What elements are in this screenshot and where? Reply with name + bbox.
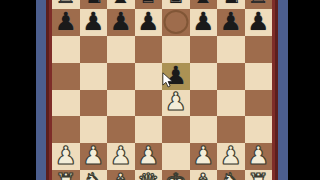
square-d5[interactable] [135, 63, 163, 90]
square-a4[interactable] [52, 90, 80, 117]
square-e4[interactable]: ♟ [162, 90, 190, 117]
piece-white-knight-b1[interactable]: ♞ [82, 170, 104, 180]
square-g7[interactable]: ♟ [217, 9, 245, 36]
square-d4[interactable] [135, 90, 163, 117]
piece-white-pawn-e4[interactable]: ♟ [165, 89, 187, 114]
square-f3[interactable] [190, 116, 218, 143]
square-h4[interactable] [245, 90, 273, 117]
square-f4[interactable] [190, 90, 218, 117]
piece-white-king-e1[interactable]: ♚ [165, 170, 187, 180]
piece-white-pawn-d2[interactable]: ♟ [137, 143, 159, 168]
piece-white-bishop-c1[interactable]: ♝ [110, 170, 132, 180]
piece-white-rook-a1[interactable]: ♜ [55, 170, 77, 180]
move-circle-annotation [163, 10, 188, 34]
square-b7[interactable]: ♟ [80, 9, 108, 36]
square-e7[interactable] [162, 9, 190, 36]
piece-black-pawn-c7[interactable]: ♟ [110, 9, 132, 34]
square-h6[interactable] [245, 36, 273, 63]
square-a6[interactable] [52, 36, 80, 63]
piece-white-bishop-f1[interactable]: ♝ [192, 170, 214, 180]
square-a7[interactable]: ♟ [52, 9, 80, 36]
square-f5[interactable] [190, 63, 218, 90]
square-c2[interactable]: ♟ [107, 143, 135, 170]
square-g1[interactable]: ♞ [217, 170, 245, 180]
square-h3[interactable] [245, 116, 273, 143]
square-e8[interactable]: ♚ [162, 0, 190, 9]
square-d6[interactable] [135, 36, 163, 63]
square-c1[interactable]: ♝ [107, 170, 135, 180]
piece-white-pawn-a2[interactable]: ♟ [55, 143, 77, 168]
piece-white-pawn-g2[interactable]: ♟ [220, 143, 242, 168]
piece-black-pawn-f7[interactable]: ♟ [192, 9, 214, 34]
piece-white-pawn-b2[interactable]: ♟ [82, 143, 104, 168]
square-h5[interactable] [245, 63, 273, 90]
square-h7[interactable]: ♟ [245, 9, 273, 36]
square-h2[interactable]: ♟ [245, 143, 273, 170]
square-f7[interactable]: ♟ [190, 9, 218, 36]
square-b2[interactable]: ♟ [80, 143, 108, 170]
square-d7[interactable]: ♟ [135, 9, 163, 36]
square-d2[interactable]: ♟ [135, 143, 163, 170]
piece-white-queen-d1[interactable]: ♛ [137, 170, 159, 180]
square-c5[interactable] [107, 63, 135, 90]
square-g5[interactable] [217, 63, 245, 90]
square-a1[interactable]: ♜ [52, 170, 80, 180]
piece-white-rook-h1[interactable]: ♜ [247, 170, 269, 180]
square-b4[interactable] [80, 90, 108, 117]
piece-black-pawn-b7[interactable]: ♟ [82, 9, 104, 34]
square-c7[interactable]: ♟ [107, 9, 135, 36]
square-e3[interactable] [162, 116, 190, 143]
piece-white-pawn-f2[interactable]: ♟ [192, 143, 214, 168]
square-c3[interactable] [107, 116, 135, 143]
piece-black-pawn-a7[interactable]: ♟ [55, 9, 77, 34]
square-a5[interactable] [52, 63, 80, 90]
square-g6[interactable] [217, 36, 245, 63]
square-f2[interactable]: ♟ [190, 143, 218, 170]
piece-white-pawn-c2[interactable]: ♟ [110, 143, 132, 168]
square-b6[interactable] [80, 36, 108, 63]
square-b1[interactable]: ♞ [80, 170, 108, 180]
frame-blue-left [36, 0, 46, 180]
square-g3[interactable] [217, 116, 245, 143]
square-e6[interactable] [162, 36, 190, 63]
square-e1[interactable]: ♚ [162, 170, 190, 180]
square-a2[interactable]: ♟ [52, 143, 80, 170]
video-frame: ♜♞♝♛♚♝♞♜♟♟♟♟♟♟♟♟♟♟♟♟♟♟♟♟♜♞♝♛♚♝♞♜ [0, 0, 320, 180]
piece-white-pawn-h2[interactable]: ♟ [247, 143, 269, 168]
square-d1[interactable]: ♛ [135, 170, 163, 180]
square-g2[interactable]: ♟ [217, 143, 245, 170]
square-h1[interactable]: ♜ [245, 170, 273, 180]
piece-black-king-e8[interactable]: ♚ [165, 0, 187, 7]
square-a3[interactable] [52, 116, 80, 143]
mouse-cursor-icon [162, 72, 173, 88]
square-f1[interactable]: ♝ [190, 170, 218, 180]
square-f6[interactable] [190, 36, 218, 63]
square-g4[interactable] [217, 90, 245, 117]
piece-black-pawn-h7[interactable]: ♟ [247, 9, 269, 34]
square-d3[interactable] [135, 116, 163, 143]
square-c6[interactable] [107, 36, 135, 63]
square-b5[interactable] [80, 63, 108, 90]
piece-black-pawn-d7[interactable]: ♟ [137, 9, 159, 34]
piece-white-knight-g1[interactable]: ♞ [220, 170, 242, 180]
square-b3[interactable] [80, 116, 108, 143]
square-e2[interactable] [162, 143, 190, 170]
frame-blue-right [278, 0, 288, 180]
piece-black-pawn-g7[interactable]: ♟ [220, 9, 242, 34]
square-c4[interactable] [107, 90, 135, 117]
chess-board[interactable]: ♜♞♝♛♚♝♞♜♟♟♟♟♟♟♟♟♟♟♟♟♟♟♟♟♜♞♝♛♚♝♞♜ [52, 0, 272, 180]
